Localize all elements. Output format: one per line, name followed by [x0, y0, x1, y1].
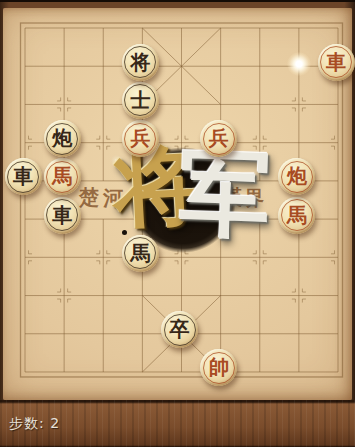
piece-character: 馬	[278, 197, 315, 234]
river-label-he: 河	[103, 185, 123, 212]
river-label-jie: 界	[244, 185, 264, 212]
piece-red-general[interactable]: 帥	[200, 349, 237, 386]
xiangqi-board[interactable]: 楚 河 漢 界 将 军 帥卒馬車馬車馬炮炮兵兵士将車	[3, 8, 352, 400]
piece-black-advisor[interactable]: 士	[122, 82, 159, 119]
piece-character: 車	[318, 44, 355, 81]
footer-bar: 步数: 2	[0, 400, 355, 447]
piece-character: 士	[122, 82, 159, 119]
river-label-chu: 楚	[79, 184, 99, 211]
piece-red-chariot[interactable]: 車	[318, 44, 355, 81]
last-move-glow-marker	[287, 52, 311, 76]
piece-character: 炮	[278, 158, 315, 195]
piece-character: 馬	[122, 235, 159, 272]
piece-black-horse[interactable]: 馬	[122, 235, 159, 272]
piece-red-cannon[interactable]: 炮	[278, 158, 315, 195]
piece-character: 帥	[200, 349, 237, 386]
piece-character: 将	[122, 44, 159, 81]
piece-character: 馬	[44, 158, 81, 195]
xiangqi-app: 楚 河 漢 界 将 军 帥卒馬車馬車馬炮炮兵兵士将車 步数: 2	[0, 0, 355, 447]
piece-character: 卒	[161, 311, 198, 348]
piece-character: 兵	[200, 120, 237, 157]
move-counter-label: 步数:	[9, 415, 45, 431]
piece-red-horse[interactable]: 馬	[44, 158, 81, 195]
piece-character: 車	[5, 158, 42, 195]
piece-red-soldier[interactable]: 兵	[122, 120, 159, 157]
piece-character: 炮	[44, 120, 81, 157]
piece-red-horse[interactable]: 馬	[278, 197, 315, 234]
piece-black-general[interactable]: 将	[122, 44, 159, 81]
move-counter: 步数: 2	[9, 415, 60, 433]
piece-black-chariot[interactable]: 車	[5, 158, 42, 195]
piece-red-soldier[interactable]: 兵	[200, 120, 237, 157]
piece-character: 兵	[122, 120, 159, 157]
piece-black-cannon[interactable]: 炮	[44, 120, 81, 157]
piece-black-soldier[interactable]: 卒	[161, 311, 198, 348]
piece-black-chariot[interactable]: 車	[44, 197, 81, 234]
move-counter-value: 2	[50, 415, 60, 431]
piece-character: 車	[44, 197, 81, 234]
river-label-han: 漢	[222, 184, 242, 211]
